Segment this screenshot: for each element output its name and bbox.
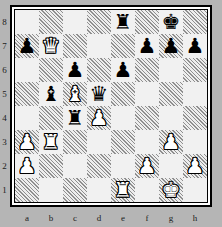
black-pawn-g7: ♟ — [162, 34, 181, 58]
white-pawn-f2: ♟ — [138, 154, 157, 178]
square-a1[interactable] — [15, 178, 39, 202]
board-inner-border: ♜♚♟♛♟♟♟♟♟♝♝♛♜♟♟♜♟♟♟♟♜♚ — [14, 9, 208, 203]
square-d3[interactable] — [87, 130, 111, 154]
square-e5[interactable] — [111, 82, 135, 106]
square-d2[interactable] — [87, 154, 111, 178]
square-a5[interactable] — [15, 82, 39, 106]
file-label-g: g — [159, 213, 183, 223]
file-label-h: h — [183, 213, 207, 223]
black-pawn-a7: ♟ — [18, 34, 37, 58]
square-d6[interactable] — [87, 58, 111, 82]
rank-labels: 87654321 — [0, 10, 9, 202]
square-a4[interactable] — [15, 106, 39, 130]
square-a6[interactable] — [15, 58, 39, 82]
square-h7[interactable]: ♟ — [183, 34, 207, 58]
square-b3[interactable]: ♜ — [39, 130, 63, 154]
square-c7[interactable] — [63, 34, 87, 58]
square-h8[interactable] — [183, 10, 207, 34]
square-e4[interactable] — [111, 106, 135, 130]
file-labels: abcdefgh — [15, 213, 207, 223]
square-e3[interactable] — [111, 130, 135, 154]
square-f1[interactable] — [135, 178, 159, 202]
square-b5[interactable]: ♝ — [39, 82, 63, 106]
rank-label-7: 7 — [0, 34, 9, 58]
square-f8[interactable] — [135, 10, 159, 34]
file-label-e: e — [111, 213, 135, 223]
rank-label-8: 8 — [0, 10, 9, 34]
white-king-g1: ♚ — [162, 178, 181, 202]
black-pawn-f7: ♟ — [138, 34, 157, 58]
black-pawn-e6: ♟ — [114, 58, 133, 82]
square-h3[interactable] — [183, 130, 207, 154]
black-pawn-c6: ♟ — [66, 58, 85, 82]
square-e2[interactable] — [111, 154, 135, 178]
square-f4[interactable] — [135, 106, 159, 130]
square-e7[interactable] — [111, 34, 135, 58]
white-pawn-g3: ♟ — [162, 130, 181, 154]
rank-label-1: 1 — [0, 178, 9, 202]
board: ♜♚♟♛♟♟♟♟♟♝♝♛♜♟♟♜♟♟♟♟♜♚ — [15, 10, 207, 202]
black-king-g8: ♚ — [162, 10, 181, 34]
square-c3[interactable] — [63, 130, 87, 154]
square-f3[interactable] — [135, 130, 159, 154]
white-pawn-a3: ♟ — [18, 130, 37, 154]
square-g8[interactable]: ♚ — [159, 10, 183, 34]
square-d7[interactable] — [87, 34, 111, 58]
black-bishop-b5: ♝ — [42, 82, 61, 106]
file-label-d: d — [87, 213, 111, 223]
rank-label-2: 2 — [0, 154, 9, 178]
square-g5[interactable] — [159, 82, 183, 106]
black-rook-c4: ♜ — [66, 106, 85, 130]
square-f7[interactable]: ♟ — [135, 34, 159, 58]
square-g3[interactable]: ♟ — [159, 130, 183, 154]
square-e1[interactable]: ♜ — [111, 178, 135, 202]
white-rook-e1: ♜ — [114, 178, 133, 202]
square-g4[interactable] — [159, 106, 183, 130]
black-pawn-h7: ♟ — [186, 34, 205, 58]
square-b6[interactable] — [39, 58, 63, 82]
square-h4[interactable] — [183, 106, 207, 130]
rank-label-4: 4 — [0, 106, 9, 130]
square-a8[interactable] — [15, 10, 39, 34]
black-rook-e8: ♜ — [114, 10, 133, 34]
square-f6[interactable] — [135, 58, 159, 82]
square-b7[interactable]: ♛ — [39, 34, 63, 58]
white-pawn-h2: ♟ — [186, 154, 205, 178]
square-g1[interactable]: ♚ — [159, 178, 183, 202]
square-b2[interactable] — [39, 154, 63, 178]
board-frame: ♜♚♟♛♟♟♟♟♟♝♝♛♜♟♟♜♟♟♟♟♜♚ — [10, 5, 212, 207]
square-e8[interactable]: ♜ — [111, 10, 135, 34]
file-label-b: b — [39, 213, 63, 223]
square-c6[interactable]: ♟ — [63, 58, 87, 82]
file-label-c: c — [63, 213, 87, 223]
square-g7[interactable]: ♟ — [159, 34, 183, 58]
rank-label-5: 5 — [0, 82, 9, 106]
square-c8[interactable] — [63, 10, 87, 34]
white-rook-b3: ♜ — [42, 130, 61, 154]
square-h1[interactable] — [183, 178, 207, 202]
square-b8[interactable] — [39, 10, 63, 34]
file-label-a: a — [15, 213, 39, 223]
white-pawn-d4: ♟ — [90, 106, 109, 130]
square-b4[interactable] — [39, 106, 63, 130]
black-queen-d5: ♛ — [90, 82, 109, 106]
square-c5[interactable]: ♝ — [63, 82, 87, 106]
file-label-f: f — [135, 213, 159, 223]
rank-label-6: 6 — [0, 58, 9, 82]
square-e6[interactable]: ♟ — [111, 58, 135, 82]
square-d5[interactable]: ♛ — [87, 82, 111, 106]
square-a3[interactable]: ♟ — [15, 130, 39, 154]
rank-label-3: 3 — [0, 130, 9, 154]
square-f5[interactable] — [135, 82, 159, 106]
white-bishop-c5: ♝ — [66, 82, 85, 106]
square-d4[interactable]: ♟ — [87, 106, 111, 130]
square-b1[interactable] — [39, 178, 63, 202]
square-h5[interactable] — [183, 82, 207, 106]
square-f2[interactable]: ♟ — [135, 154, 159, 178]
square-h2[interactable]: ♟ — [183, 154, 207, 178]
square-d1[interactable] — [87, 178, 111, 202]
square-g2[interactable] — [159, 154, 183, 178]
square-h6[interactable] — [183, 58, 207, 82]
square-c2[interactable] — [63, 154, 87, 178]
square-c4[interactable]: ♜ — [63, 106, 87, 130]
white-queen-b7: ♛ — [42, 34, 61, 58]
white-pawn-a2: ♟ — [18, 154, 37, 178]
square-a2[interactable]: ♟ — [15, 154, 39, 178]
square-a7[interactable]: ♟ — [15, 34, 39, 58]
square-c1[interactable] — [63, 178, 87, 202]
square-g6[interactable] — [159, 58, 183, 82]
square-d8[interactable] — [87, 10, 111, 34]
